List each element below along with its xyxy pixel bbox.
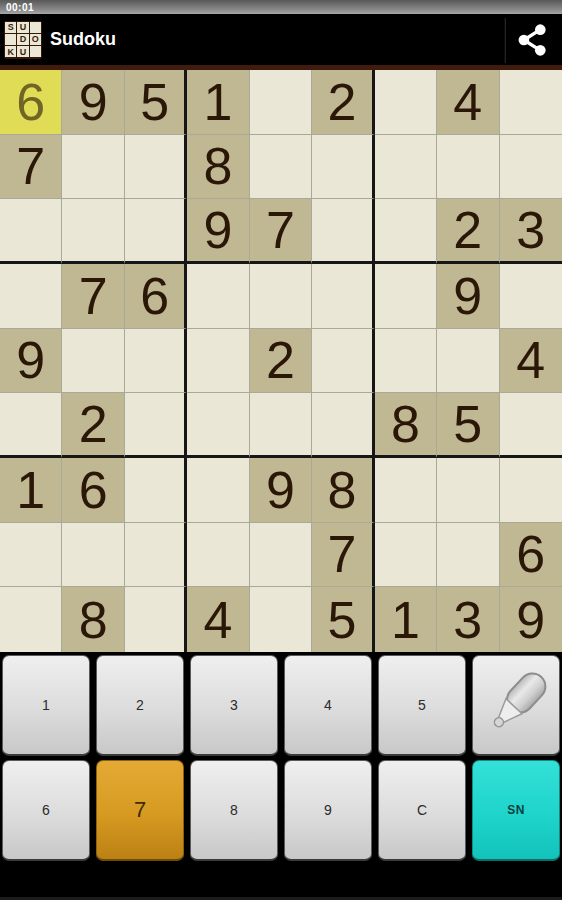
cell-r4c8[interactable]: 9 xyxy=(437,264,499,329)
cell-r7c3[interactable] xyxy=(125,458,187,523)
cell-r3c9[interactable]: 3 xyxy=(500,199,562,264)
cell-r6c1[interactable] xyxy=(0,393,62,458)
cell-r6c9[interactable] xyxy=(500,393,562,458)
cell-r1c5[interactable] xyxy=(250,70,312,135)
cell-r8c1[interactable] xyxy=(0,523,62,588)
logo-cell-8 xyxy=(30,46,41,57)
cell-r8c9[interactable]: 6 xyxy=(500,523,562,588)
cell-r7c2[interactable]: 6 xyxy=(62,458,124,523)
cell-r8c5[interactable] xyxy=(250,523,312,588)
cell-r6c2[interactable]: 2 xyxy=(62,393,124,458)
cell-r8c4[interactable] xyxy=(187,523,249,588)
logo-cell-4: D xyxy=(17,34,28,45)
cell-r4c2[interactable]: 7 xyxy=(62,264,124,329)
app-title: Sudoku xyxy=(50,29,116,50)
cell-r1c2[interactable]: 9 xyxy=(62,70,124,135)
key-6[interactable]: 6 xyxy=(2,760,90,861)
cell-r4c3[interactable]: 6 xyxy=(125,264,187,329)
cell-r3c6[interactable] xyxy=(312,199,374,264)
key-4[interactable]: 4 xyxy=(284,655,372,756)
key-9[interactable]: 9 xyxy=(284,760,372,861)
cell-r4c9[interactable] xyxy=(500,264,562,329)
key-3[interactable]: 3 xyxy=(190,655,278,756)
keypad: 12345 6789CSN xyxy=(0,652,562,900)
pen-icon xyxy=(479,665,553,746)
cell-r9c4[interactable]: 4 xyxy=(187,587,249,652)
cell-r9c6[interactable]: 5 xyxy=(312,587,374,652)
cell-r3c8[interactable]: 2 xyxy=(437,199,499,264)
cell-r7c4[interactable] xyxy=(187,458,249,523)
cell-r5c2[interactable] xyxy=(62,329,124,394)
cell-r1c7[interactable] xyxy=(375,70,437,135)
cell-r4c4[interactable] xyxy=(187,264,249,329)
cell-r2c4[interactable]: 8 xyxy=(187,135,249,200)
cell-r5c8[interactable] xyxy=(437,329,499,394)
pen-button[interactable] xyxy=(472,655,560,756)
cell-r1c1[interactable]: 6 xyxy=(0,70,62,135)
cell-r1c4[interactable]: 1 xyxy=(187,70,249,135)
cell-r2c9[interactable] xyxy=(500,135,562,200)
cell-r5c4[interactable] xyxy=(187,329,249,394)
clock: 00:01 xyxy=(0,2,34,13)
cell-r9c2[interactable]: 8 xyxy=(62,587,124,652)
cell-r3c7[interactable] xyxy=(375,199,437,264)
cell-r9c5[interactable] xyxy=(250,587,312,652)
cell-r1c8[interactable]: 4 xyxy=(437,70,499,135)
cell-r3c1[interactable] xyxy=(0,199,62,264)
cell-r8c2[interactable] xyxy=(62,523,124,588)
cell-r4c1[interactable] xyxy=(0,264,62,329)
key-2[interactable]: 2 xyxy=(96,655,184,756)
logo-cell-1: U xyxy=(17,22,28,33)
cell-r1c3[interactable]: 5 xyxy=(125,70,187,135)
cell-r5c3[interactable] xyxy=(125,329,187,394)
cell-r5c1[interactable]: 9 xyxy=(0,329,62,394)
logo-cell-0: S xyxy=(5,22,16,33)
logo-cell-6: K xyxy=(5,46,16,57)
sudoku-app-screen: 00:01 SUDOKU Sudoku 69512478972376992428… xyxy=(0,0,562,900)
share-icon xyxy=(515,23,551,60)
cell-r9c8[interactable]: 3 xyxy=(437,587,499,652)
cell-r2c7[interactable] xyxy=(375,135,437,200)
cell-r3c5[interactable]: 7 xyxy=(250,199,312,264)
app-logo: SUDOKU xyxy=(4,21,42,59)
logo-cell-2 xyxy=(30,22,41,33)
cell-r3c4[interactable]: 9 xyxy=(187,199,249,264)
status-bar: 00:01 xyxy=(0,0,562,14)
cell-r6c8[interactable]: 5 xyxy=(437,393,499,458)
cell-r2c3[interactable] xyxy=(125,135,187,200)
key-8[interactable]: 8 xyxy=(190,760,278,861)
cell-r2c8[interactable] xyxy=(437,135,499,200)
cell-r2c2[interactable] xyxy=(62,135,124,200)
cell-r1c9[interactable] xyxy=(500,70,562,135)
cell-r8c8[interactable] xyxy=(437,523,499,588)
cell-r6c4[interactable] xyxy=(187,393,249,458)
cell-r9c1[interactable] xyxy=(0,587,62,652)
cell-r5c7[interactable] xyxy=(375,329,437,394)
cell-r2c6[interactable] xyxy=(312,135,374,200)
app-bar: SUDOKU Sudoku xyxy=(0,14,562,65)
cell-r5c5[interactable]: 2 xyxy=(250,329,312,394)
logo-cell-5: O xyxy=(30,34,41,45)
cell-r9c9[interactable]: 9 xyxy=(500,587,562,652)
cell-r7c1[interactable]: 1 xyxy=(0,458,62,523)
cell-r7c5[interactable]: 9 xyxy=(250,458,312,523)
cell-r7c9[interactable] xyxy=(500,458,562,523)
cell-r4c7[interactable] xyxy=(375,264,437,329)
app-bar-divider xyxy=(504,18,506,63)
key-C[interactable]: C xyxy=(378,760,466,861)
cell-r4c5[interactable] xyxy=(250,264,312,329)
cell-r7c6[interactable]: 8 xyxy=(312,458,374,523)
cell-r5c9[interactable]: 4 xyxy=(500,329,562,394)
key-7[interactable]: 7 xyxy=(96,760,184,861)
cell-r8c6[interactable]: 7 xyxy=(312,523,374,588)
cell-r9c3[interactable] xyxy=(125,587,187,652)
cell-r7c7[interactable] xyxy=(375,458,437,523)
cell-r2c1[interactable]: 7 xyxy=(0,135,62,200)
key-1[interactable]: 1 xyxy=(2,655,90,756)
cell-r6c6[interactable] xyxy=(312,393,374,458)
key-5[interactable]: 5 xyxy=(378,655,466,756)
cell-r6c3[interactable] xyxy=(125,393,187,458)
cell-r3c2[interactable] xyxy=(62,199,124,264)
key-SN[interactable]: SN xyxy=(472,760,560,861)
cell-r3c3[interactable] xyxy=(125,199,187,264)
cell-r6c7[interactable]: 8 xyxy=(375,393,437,458)
cell-r9c7[interactable]: 1 xyxy=(375,587,437,652)
cell-r7c8[interactable] xyxy=(437,458,499,523)
cell-r6c5[interactable] xyxy=(250,393,312,458)
cell-r8c3[interactable] xyxy=(125,523,187,588)
cell-r4c6[interactable] xyxy=(312,264,374,329)
cell-r5c6[interactable] xyxy=(312,329,374,394)
logo-cell-3 xyxy=(5,34,16,45)
share-button[interactable] xyxy=(512,21,554,61)
cell-r2c5[interactable] xyxy=(250,135,312,200)
logo-cell-7: U xyxy=(17,46,28,57)
cell-r8c7[interactable] xyxy=(375,523,437,588)
sudoku-board: 695124789723769924285169876845139 xyxy=(0,70,562,652)
cell-r1c6[interactable]: 2 xyxy=(312,70,374,135)
